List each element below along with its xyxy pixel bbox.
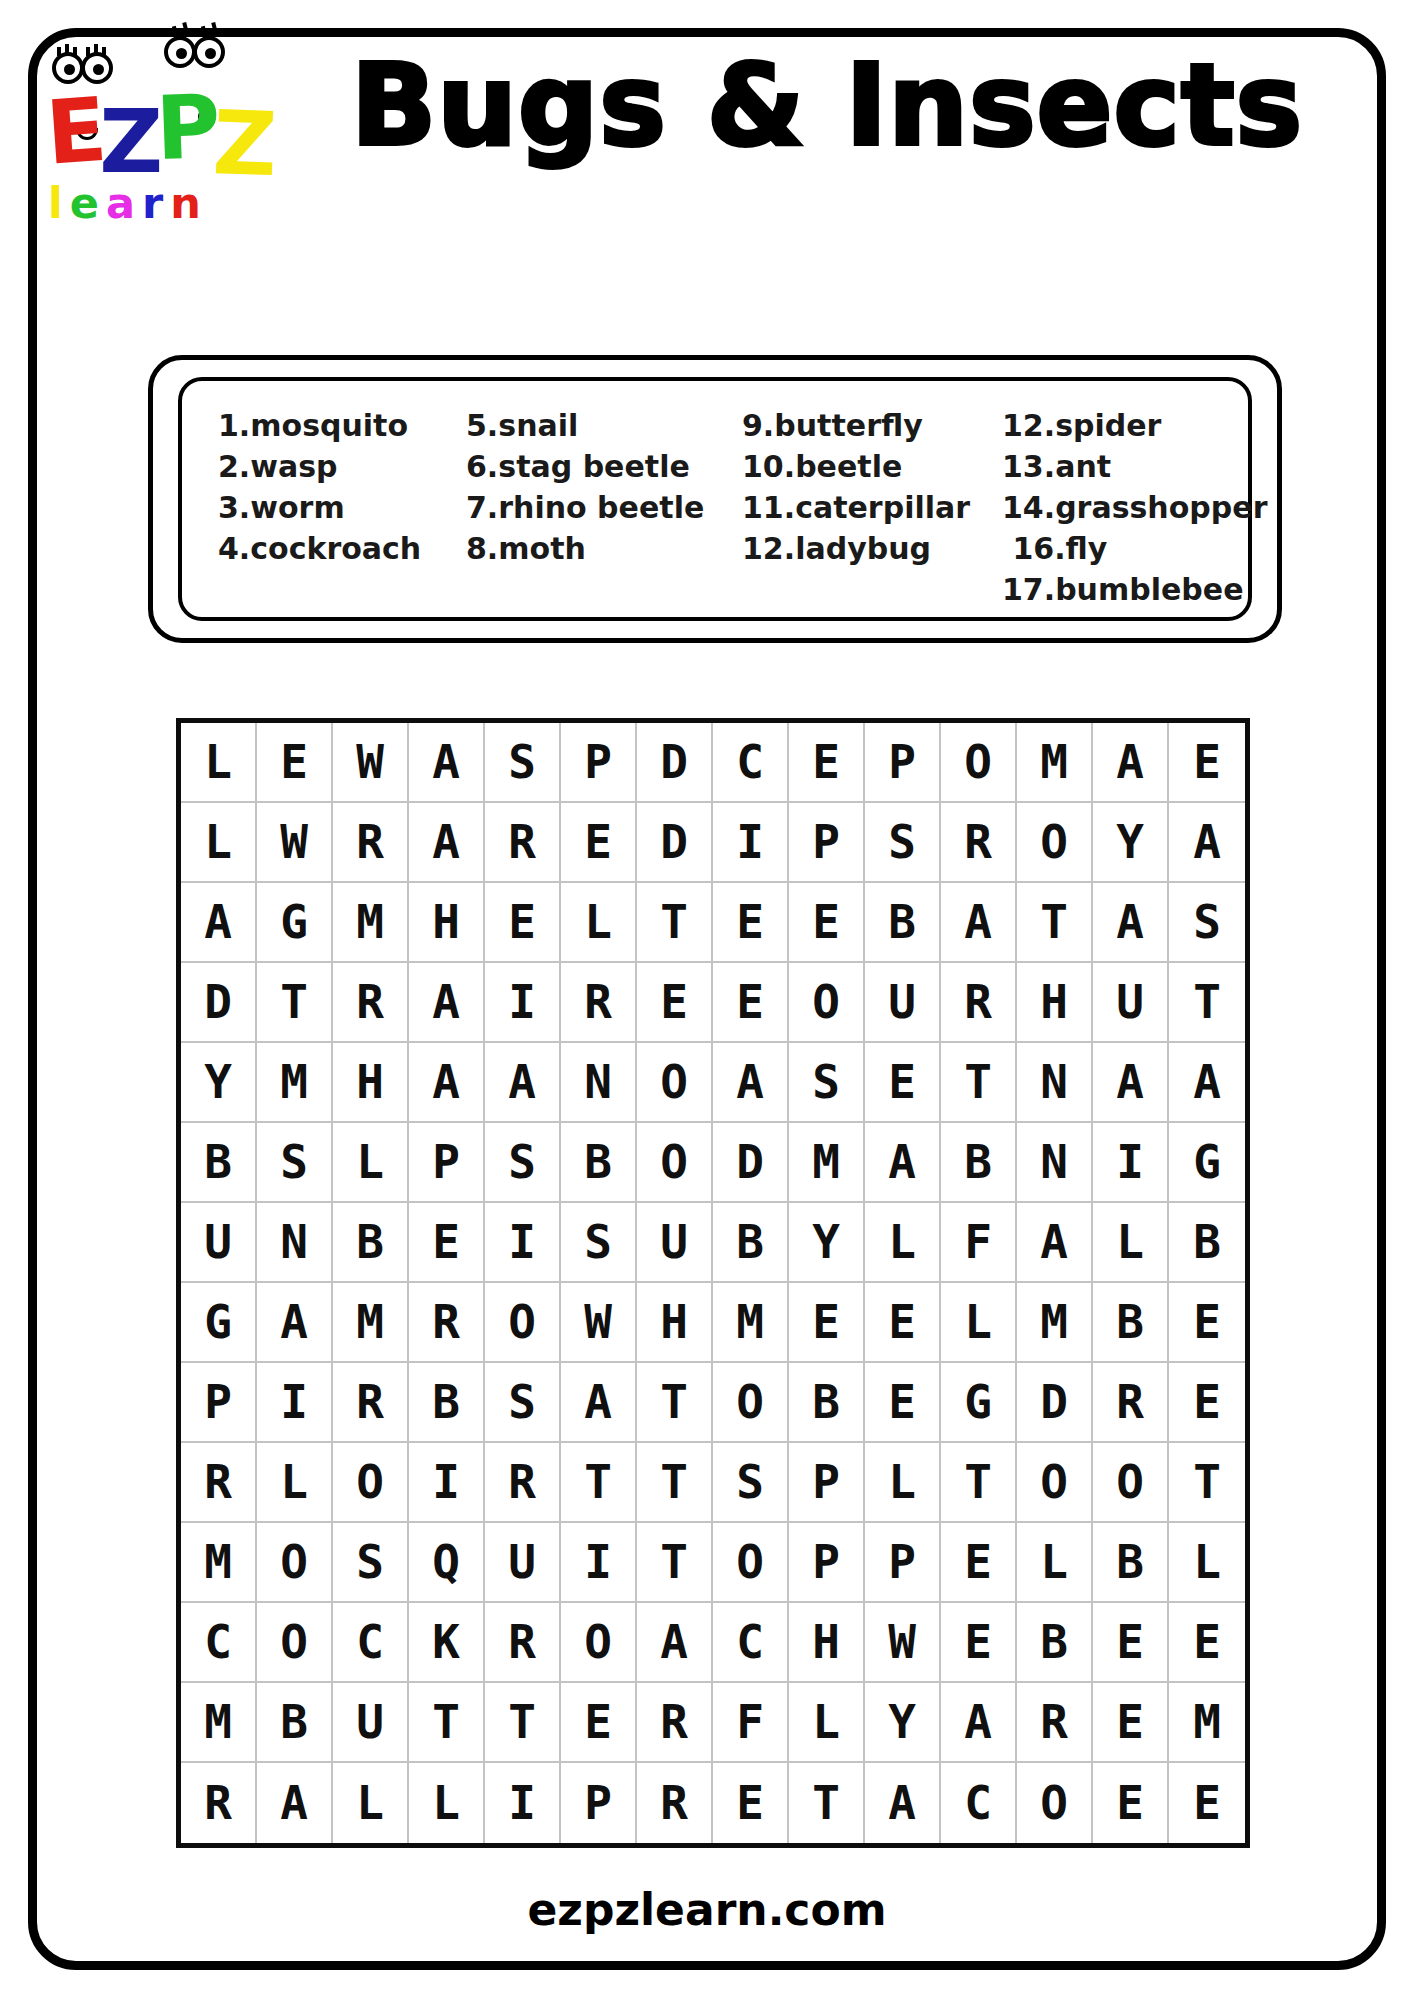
- grid-cell: T: [561, 1443, 637, 1523]
- grid-cell: L: [941, 1283, 1017, 1363]
- grid-cell: O: [561, 1603, 637, 1683]
- grid-cell: M: [1169, 1683, 1245, 1763]
- grid-cell: L: [409, 1763, 485, 1843]
- grid-cell: B: [1169, 1203, 1245, 1283]
- grid-cell: L: [181, 723, 257, 803]
- word-list-item: 8.moth: [466, 528, 704, 569]
- grid-cell: O: [1017, 1763, 1093, 1843]
- grid-cell: C: [713, 723, 789, 803]
- word-list-item: 10.beetle: [742, 446, 970, 487]
- grid-cell: R: [485, 1443, 561, 1523]
- word-list-item: 12.spider: [1002, 405, 1267, 446]
- grid-cell: A: [865, 1763, 941, 1843]
- grid-cell: P: [865, 723, 941, 803]
- grid-cell: L: [561, 883, 637, 963]
- grid-cell: M: [713, 1283, 789, 1363]
- grid-cell: R: [485, 803, 561, 883]
- grid-cell: R: [333, 803, 409, 883]
- grid-cell: A: [409, 803, 485, 883]
- word-list-box: 1.mosquito2.wasp3.worm4.cockroach5.snail…: [148, 355, 1282, 643]
- grid-cell: U: [181, 1203, 257, 1283]
- grid-cell: O: [257, 1603, 333, 1683]
- grid-cell: G: [257, 883, 333, 963]
- grid-cell: S: [257, 1123, 333, 1203]
- logo-letter: n: [170, 178, 208, 228]
- grid-cell: L: [865, 1443, 941, 1523]
- grid-cell: T: [637, 1443, 713, 1523]
- grid-cell: S: [333, 1523, 409, 1603]
- grid-cell: M: [257, 1043, 333, 1123]
- grid-cell: A: [865, 1123, 941, 1203]
- eye-icon: [193, 36, 225, 68]
- grid-cell: O: [713, 1523, 789, 1603]
- grid-cell: I: [485, 1203, 561, 1283]
- grid-cell: T: [1169, 1443, 1245, 1523]
- logo-letter: P: [154, 83, 215, 173]
- grid-cell: O: [1017, 803, 1093, 883]
- grid-cell: A: [1093, 1043, 1169, 1123]
- grid-cell: R: [637, 1683, 713, 1763]
- grid-cell: C: [941, 1763, 1017, 1843]
- grid-cell: P: [789, 803, 865, 883]
- grid-cell: N: [561, 1043, 637, 1123]
- grid-cell: I: [485, 963, 561, 1043]
- grid-cell: C: [181, 1603, 257, 1683]
- grid-cell: T: [409, 1683, 485, 1763]
- word-list-item: 12.ladybug: [742, 528, 970, 569]
- grid-cell: E: [485, 883, 561, 963]
- grid-cell: A: [409, 723, 485, 803]
- grid-cell: B: [1093, 1523, 1169, 1603]
- grid-cell: O: [1093, 1443, 1169, 1523]
- grid-cell: T: [1169, 963, 1245, 1043]
- grid-cell: W: [257, 803, 333, 883]
- logo-word-learn: learn: [48, 182, 208, 225]
- grid-cell: K: [409, 1603, 485, 1683]
- grid-cell: R: [333, 1363, 409, 1443]
- grid-cell: A: [1169, 803, 1245, 883]
- grid-cell: G: [181, 1283, 257, 1363]
- grid-cell: E: [713, 963, 789, 1043]
- logo-letter: e: [70, 178, 106, 228]
- ezpz-logo: EZPZ learn: [46, 36, 296, 221]
- grid-cell: E: [1093, 1763, 1169, 1843]
- grid-cell: E: [789, 1283, 865, 1363]
- grid-cell: O: [713, 1363, 789, 1443]
- grid-cell: P: [181, 1363, 257, 1443]
- grid-cell: T: [637, 883, 713, 963]
- grid-cell: H: [409, 883, 485, 963]
- grid-cell: T: [1017, 883, 1093, 963]
- grid-cell: D: [1017, 1363, 1093, 1443]
- grid-cell: R: [1093, 1363, 1169, 1443]
- grid-cell: B: [561, 1123, 637, 1203]
- grid-cell: P: [865, 1523, 941, 1603]
- grid-cell: R: [333, 963, 409, 1043]
- grid-cell: M: [1017, 723, 1093, 803]
- grid-cell: B: [1093, 1283, 1169, 1363]
- grid-cell: A: [181, 883, 257, 963]
- grid-cell: U: [333, 1683, 409, 1763]
- grid-cell: O: [941, 723, 1017, 803]
- grid-cell: R: [561, 963, 637, 1043]
- grid-cell: T: [257, 963, 333, 1043]
- grid-cell: L: [333, 1763, 409, 1843]
- pupil-icon: [205, 48, 216, 59]
- grid-cell: A: [485, 1043, 561, 1123]
- eye-icon: [164, 36, 196, 68]
- logo-word-ezpz: EZPZ: [46, 82, 270, 170]
- grid-cell: W: [865, 1603, 941, 1683]
- grid-cell: E: [637, 963, 713, 1043]
- logo-letter: a: [106, 178, 142, 228]
- grid-cell: S: [485, 723, 561, 803]
- grid-cell: N: [1017, 1043, 1093, 1123]
- grid-cell: H: [789, 1603, 865, 1683]
- grid-cell: L: [1169, 1523, 1245, 1603]
- grid-cell: L: [1093, 1203, 1169, 1283]
- logo-letter: l: [48, 178, 70, 228]
- grid-cell: U: [485, 1523, 561, 1603]
- word-list-item: 6.stag beetle: [466, 446, 704, 487]
- word-list-column: 1.mosquito2.wasp3.worm4.cockroach: [218, 405, 421, 569]
- grid-cell: S: [789, 1043, 865, 1123]
- grid-cell: Q: [409, 1523, 485, 1603]
- grid-cell: R: [181, 1443, 257, 1523]
- word-list-item: 17.bumblebee: [1002, 569, 1267, 610]
- grid-cell: I: [257, 1363, 333, 1443]
- grid-cell: R: [941, 803, 1017, 883]
- pupil-icon: [176, 48, 187, 59]
- word-list-item: 13.ant: [1002, 446, 1267, 487]
- grid-cell: Y: [181, 1043, 257, 1123]
- grid-cell: M: [1017, 1283, 1093, 1363]
- grid-cell: I: [713, 803, 789, 883]
- grid-cell: P: [561, 723, 637, 803]
- grid-cell: I: [485, 1763, 561, 1843]
- grid-cell: E: [257, 723, 333, 803]
- grid-cell: A: [409, 1043, 485, 1123]
- grid-cell: H: [1017, 963, 1093, 1043]
- grid-cell: Y: [789, 1203, 865, 1283]
- grid-cell: E: [713, 1763, 789, 1843]
- logo-letter: Z: [99, 98, 156, 186]
- word-list-item: 5.snail: [466, 405, 704, 446]
- grid-cell: F: [941, 1203, 1017, 1283]
- grid-cell: S: [485, 1123, 561, 1203]
- grid-cell: A: [713, 1043, 789, 1123]
- grid-cell: W: [561, 1283, 637, 1363]
- grid-cell: A: [257, 1283, 333, 1363]
- grid-cell: T: [637, 1523, 713, 1603]
- grid-cell: E: [561, 1683, 637, 1763]
- grid-cell: D: [181, 963, 257, 1043]
- word-list-item: 4.cockroach: [218, 528, 421, 569]
- grid-cell: E: [941, 1603, 1017, 1683]
- grid-cell: I: [1093, 1123, 1169, 1203]
- grid-cell: U: [637, 1203, 713, 1283]
- grid-cell: B: [257, 1683, 333, 1763]
- grid-cell: E: [865, 1283, 941, 1363]
- grid-cell: P: [789, 1443, 865, 1523]
- grid-cell: S: [713, 1443, 789, 1523]
- grid-cell: Y: [1093, 803, 1169, 883]
- grid-cell: L: [257, 1443, 333, 1523]
- grid-cell: T: [637, 1363, 713, 1443]
- grid-cell: D: [637, 723, 713, 803]
- grid-cell: A: [561, 1363, 637, 1443]
- grid-cell: E: [1169, 1363, 1245, 1443]
- word-list-item: 2.wasp: [218, 446, 421, 487]
- logo-letter: r: [142, 178, 170, 228]
- grid-cell: W: [333, 723, 409, 803]
- grid-cell: N: [1017, 1123, 1093, 1203]
- grid-cell: P: [409, 1123, 485, 1203]
- grid-cell: T: [485, 1683, 561, 1763]
- grid-cell: O: [637, 1123, 713, 1203]
- grid-cell: L: [865, 1203, 941, 1283]
- grid-cell: E: [941, 1523, 1017, 1603]
- grid-cell: M: [181, 1683, 257, 1763]
- grid-cell: O: [1017, 1443, 1093, 1523]
- grid-cell: G: [941, 1363, 1017, 1443]
- googly-eyes-icon: [164, 36, 222, 68]
- grid-cell: T: [941, 1043, 1017, 1123]
- grid-cell: O: [485, 1283, 561, 1363]
- grid-cell: O: [257, 1523, 333, 1603]
- pupil-icon: [64, 64, 75, 75]
- grid-cell: L: [789, 1683, 865, 1763]
- grid-cell: E: [789, 723, 865, 803]
- grid-cell: O: [333, 1443, 409, 1523]
- grid-cell: P: [561, 1763, 637, 1843]
- grid-cell: L: [1017, 1523, 1093, 1603]
- word-list-column: 5.snail6.stag beetle7.rhino beetle8.moth: [466, 405, 704, 569]
- word-list-column: 12.spider13.ant14.grasshopper 16.fly17.b…: [1002, 405, 1267, 610]
- word-list-item: 14.grasshopper: [1002, 487, 1267, 528]
- grid-cell: E: [865, 1043, 941, 1123]
- word-list-item: 7.rhino beetle: [466, 487, 704, 528]
- word-list-item: 11.caterpillar: [742, 487, 970, 528]
- grid-cell: I: [409, 1443, 485, 1523]
- grid-cell: A: [1017, 1203, 1093, 1283]
- grid-cell: O: [789, 963, 865, 1043]
- word-search-board: LEWASPDCEPOMAELWRAREDIPSROYAAGMHELTEEBAT…: [176, 718, 1250, 1848]
- grid-cell: R: [409, 1283, 485, 1363]
- grid-cell: B: [789, 1363, 865, 1443]
- grid-cell: G: [1169, 1123, 1245, 1203]
- logo-letter: Z: [212, 99, 272, 189]
- grid-cell: E: [561, 803, 637, 883]
- grid-cell: U: [1093, 963, 1169, 1043]
- page-title: Bugs & Insects: [292, 40, 1362, 170]
- grid-cell: A: [941, 1683, 1017, 1763]
- logo-letter: E: [43, 86, 102, 177]
- grid-cell: S: [485, 1363, 561, 1443]
- grid-cell: U: [865, 963, 941, 1043]
- grid-cell: S: [561, 1203, 637, 1283]
- grid-cell: B: [333, 1203, 409, 1283]
- word-list-item: 1.mosquito: [218, 405, 421, 446]
- grid-cell: P: [789, 1523, 865, 1603]
- grid-cell: S: [1169, 883, 1245, 963]
- grid-cell: E: [409, 1203, 485, 1283]
- grid-cell: A: [1093, 883, 1169, 963]
- grid-cell: T: [789, 1763, 865, 1843]
- grid-cell: B: [409, 1363, 485, 1443]
- grid-cell: I: [561, 1523, 637, 1603]
- grid-cell: F: [713, 1683, 789, 1763]
- grid-cell: N: [257, 1203, 333, 1283]
- grid-cell: Y: [865, 1683, 941, 1763]
- word-list-item: 16.fly: [1002, 528, 1267, 569]
- grid-cell: E: [713, 883, 789, 963]
- grid-cell: E: [865, 1363, 941, 1443]
- grid-cell: C: [333, 1603, 409, 1683]
- grid-cell: B: [1017, 1603, 1093, 1683]
- grid-cell: A: [1093, 723, 1169, 803]
- grid-cell: A: [1169, 1043, 1245, 1123]
- grid-cell: A: [409, 963, 485, 1043]
- grid-cell: R: [485, 1603, 561, 1683]
- grid-cell: A: [941, 883, 1017, 963]
- grid-cell: E: [789, 883, 865, 963]
- word-list-column: 9.butterfly10.beetle11.caterpillar12.lad…: [742, 405, 970, 569]
- grid-cell: D: [713, 1123, 789, 1203]
- grid-cell: E: [1093, 1683, 1169, 1763]
- grid-cell: E: [1169, 1603, 1245, 1683]
- grid-cell: O: [637, 1043, 713, 1123]
- footer-url: ezpzlearn.com: [0, 1884, 1414, 1935]
- grid-cell: H: [333, 1043, 409, 1123]
- grid-cell: C: [713, 1603, 789, 1683]
- grid-cell: H: [637, 1283, 713, 1363]
- grid-cell: A: [637, 1603, 713, 1683]
- word-list-item: 9.butterfly: [742, 405, 970, 446]
- grid-cell: E: [1169, 1763, 1245, 1843]
- grid-cell: B: [865, 883, 941, 963]
- grid-cell: E: [1169, 723, 1245, 803]
- grid-cell: B: [713, 1203, 789, 1283]
- grid-cell: D: [637, 803, 713, 883]
- grid-cell: L: [333, 1123, 409, 1203]
- grid-cell: S: [865, 803, 941, 883]
- grid-cell: M: [181, 1523, 257, 1603]
- grid-cell: B: [181, 1123, 257, 1203]
- word-list-item: 3.worm: [218, 487, 421, 528]
- grid-cell: M: [333, 883, 409, 963]
- pupil-icon: [93, 64, 104, 75]
- grid-cell: R: [181, 1763, 257, 1843]
- word-list-inner-box: 1.mosquito2.wasp3.worm4.cockroach5.snail…: [178, 377, 1252, 621]
- grid-cell: R: [637, 1763, 713, 1843]
- grid-cell: B: [941, 1123, 1017, 1203]
- grid-cell: L: [181, 803, 257, 883]
- grid-cell: E: [1093, 1603, 1169, 1683]
- grid-cell: M: [789, 1123, 865, 1203]
- grid-cell: R: [941, 963, 1017, 1043]
- grid-cell: E: [1169, 1283, 1245, 1363]
- grid-cell: A: [257, 1763, 333, 1843]
- grid-cell: T: [941, 1443, 1017, 1523]
- word-search-grid: LEWASPDCEPOMAELWRAREDIPSROYAAGMHELTEEBAT…: [181, 723, 1245, 1843]
- grid-cell: M: [333, 1283, 409, 1363]
- grid-cell: R: [1017, 1683, 1093, 1763]
